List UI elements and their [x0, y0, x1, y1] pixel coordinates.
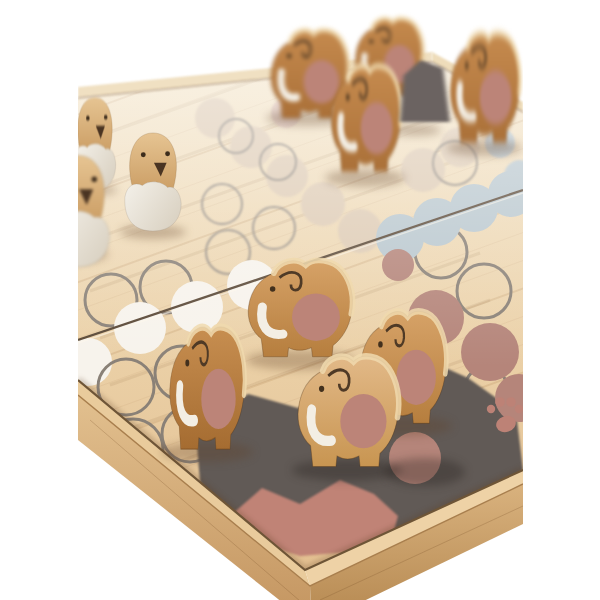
mammoth-eye	[369, 39, 373, 43]
mammoth-hip-dot	[396, 350, 435, 405]
mammoth-eye	[270, 286, 275, 291]
photo-crop-strip	[78, 0, 523, 600]
mammoth-hip-dot	[201, 369, 235, 429]
photo-canvas	[0, 0, 600, 600]
mammoth-hip-dot	[292, 293, 340, 340]
mammoth-eye	[185, 360, 189, 367]
chick-eye-left	[141, 152, 146, 157]
board-scene	[78, 0, 523, 600]
chick-eye-left	[86, 116, 90, 121]
chick-main[interactable]	[125, 133, 181, 231]
chick-eye-right	[92, 176, 97, 182]
chick-eggshell	[125, 182, 181, 231]
mammoth-eye	[378, 341, 383, 347]
mammoth-eye	[287, 54, 291, 59]
mammoth-hip-dot	[361, 102, 393, 154]
mammoth-eye	[346, 94, 350, 100]
mammoth-eye	[319, 386, 324, 392]
mammoth-hip-dot	[304, 60, 340, 103]
mammoth-hip-dot	[480, 71, 512, 125]
mammoth-back-right[interactable]	[450, 33, 520, 142]
mammoth-eye	[465, 62, 469, 68]
chick-eye-right	[165, 151, 170, 156]
mammoth-hip-dot	[340, 394, 386, 448]
chick-eye-right	[104, 115, 108, 120]
